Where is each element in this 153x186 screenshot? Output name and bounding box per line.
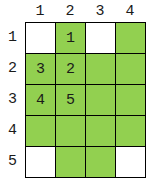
board-cell[interactable]: [56, 116, 85, 146]
row-labels: 12345: [0, 22, 25, 178]
board-cell[interactable]: [116, 54, 145, 84]
board-cell[interactable]: [56, 147, 85, 177]
board-cell[interactable]: [86, 23, 115, 53]
corner-spacer: [0, 0, 25, 22]
board-cell[interactable]: 1: [56, 23, 85, 53]
row-label: 2: [0, 53, 25, 84]
puzzle-layout: 1234 12345 13245: [0, 0, 146, 178]
board-cell[interactable]: [86, 54, 115, 84]
row-label: 3: [0, 84, 25, 115]
board-cell[interactable]: [86, 116, 115, 146]
row-label: 5: [0, 146, 25, 177]
column-labels: 1234: [25, 0, 146, 22]
board-cell[interactable]: [86, 85, 115, 115]
board-cell[interactable]: [26, 116, 55, 146]
board-cell[interactable]: 5: [56, 85, 85, 115]
column-label: 3: [85, 0, 115, 22]
puzzle-board: 13245: [25, 22, 146, 178]
column-label: 1: [25, 0, 55, 22]
board-cell[interactable]: 3: [26, 54, 55, 84]
board-cell[interactable]: 4: [26, 85, 55, 115]
board-cell[interactable]: [26, 23, 55, 53]
board-cell[interactable]: [116, 116, 145, 146]
row-label: 4: [0, 115, 25, 146]
board-cell[interactable]: [116, 147, 145, 177]
board-cell[interactable]: [116, 85, 145, 115]
board-cell[interactable]: [26, 147, 55, 177]
column-label: 4: [115, 0, 145, 22]
board-cell[interactable]: 2: [56, 54, 85, 84]
column-label: 2: [55, 0, 85, 22]
row-label: 1: [0, 22, 25, 53]
board-cell[interactable]: [86, 147, 115, 177]
board-cell[interactable]: [116, 23, 145, 53]
